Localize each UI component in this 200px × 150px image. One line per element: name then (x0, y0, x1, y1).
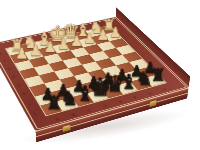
brass-clasp-left-icon (62, 124, 70, 131)
square-r3c7 (116, 45, 136, 55)
black-rook-piece: ♜ (35, 94, 72, 113)
chess-set-product-photo: ♜♞♝♚♛♝♞♜♟♟♟♟♟♟♟♟♟♟♟♟♟♟♟♟♜♞♝♚♛♝♞♜ 8765432… (0, 0, 200, 150)
square-r3c4 (76, 54, 96, 65)
white-pawn-piece: ♟ (5, 47, 37, 62)
brass-clasp-right-icon (150, 100, 157, 107)
